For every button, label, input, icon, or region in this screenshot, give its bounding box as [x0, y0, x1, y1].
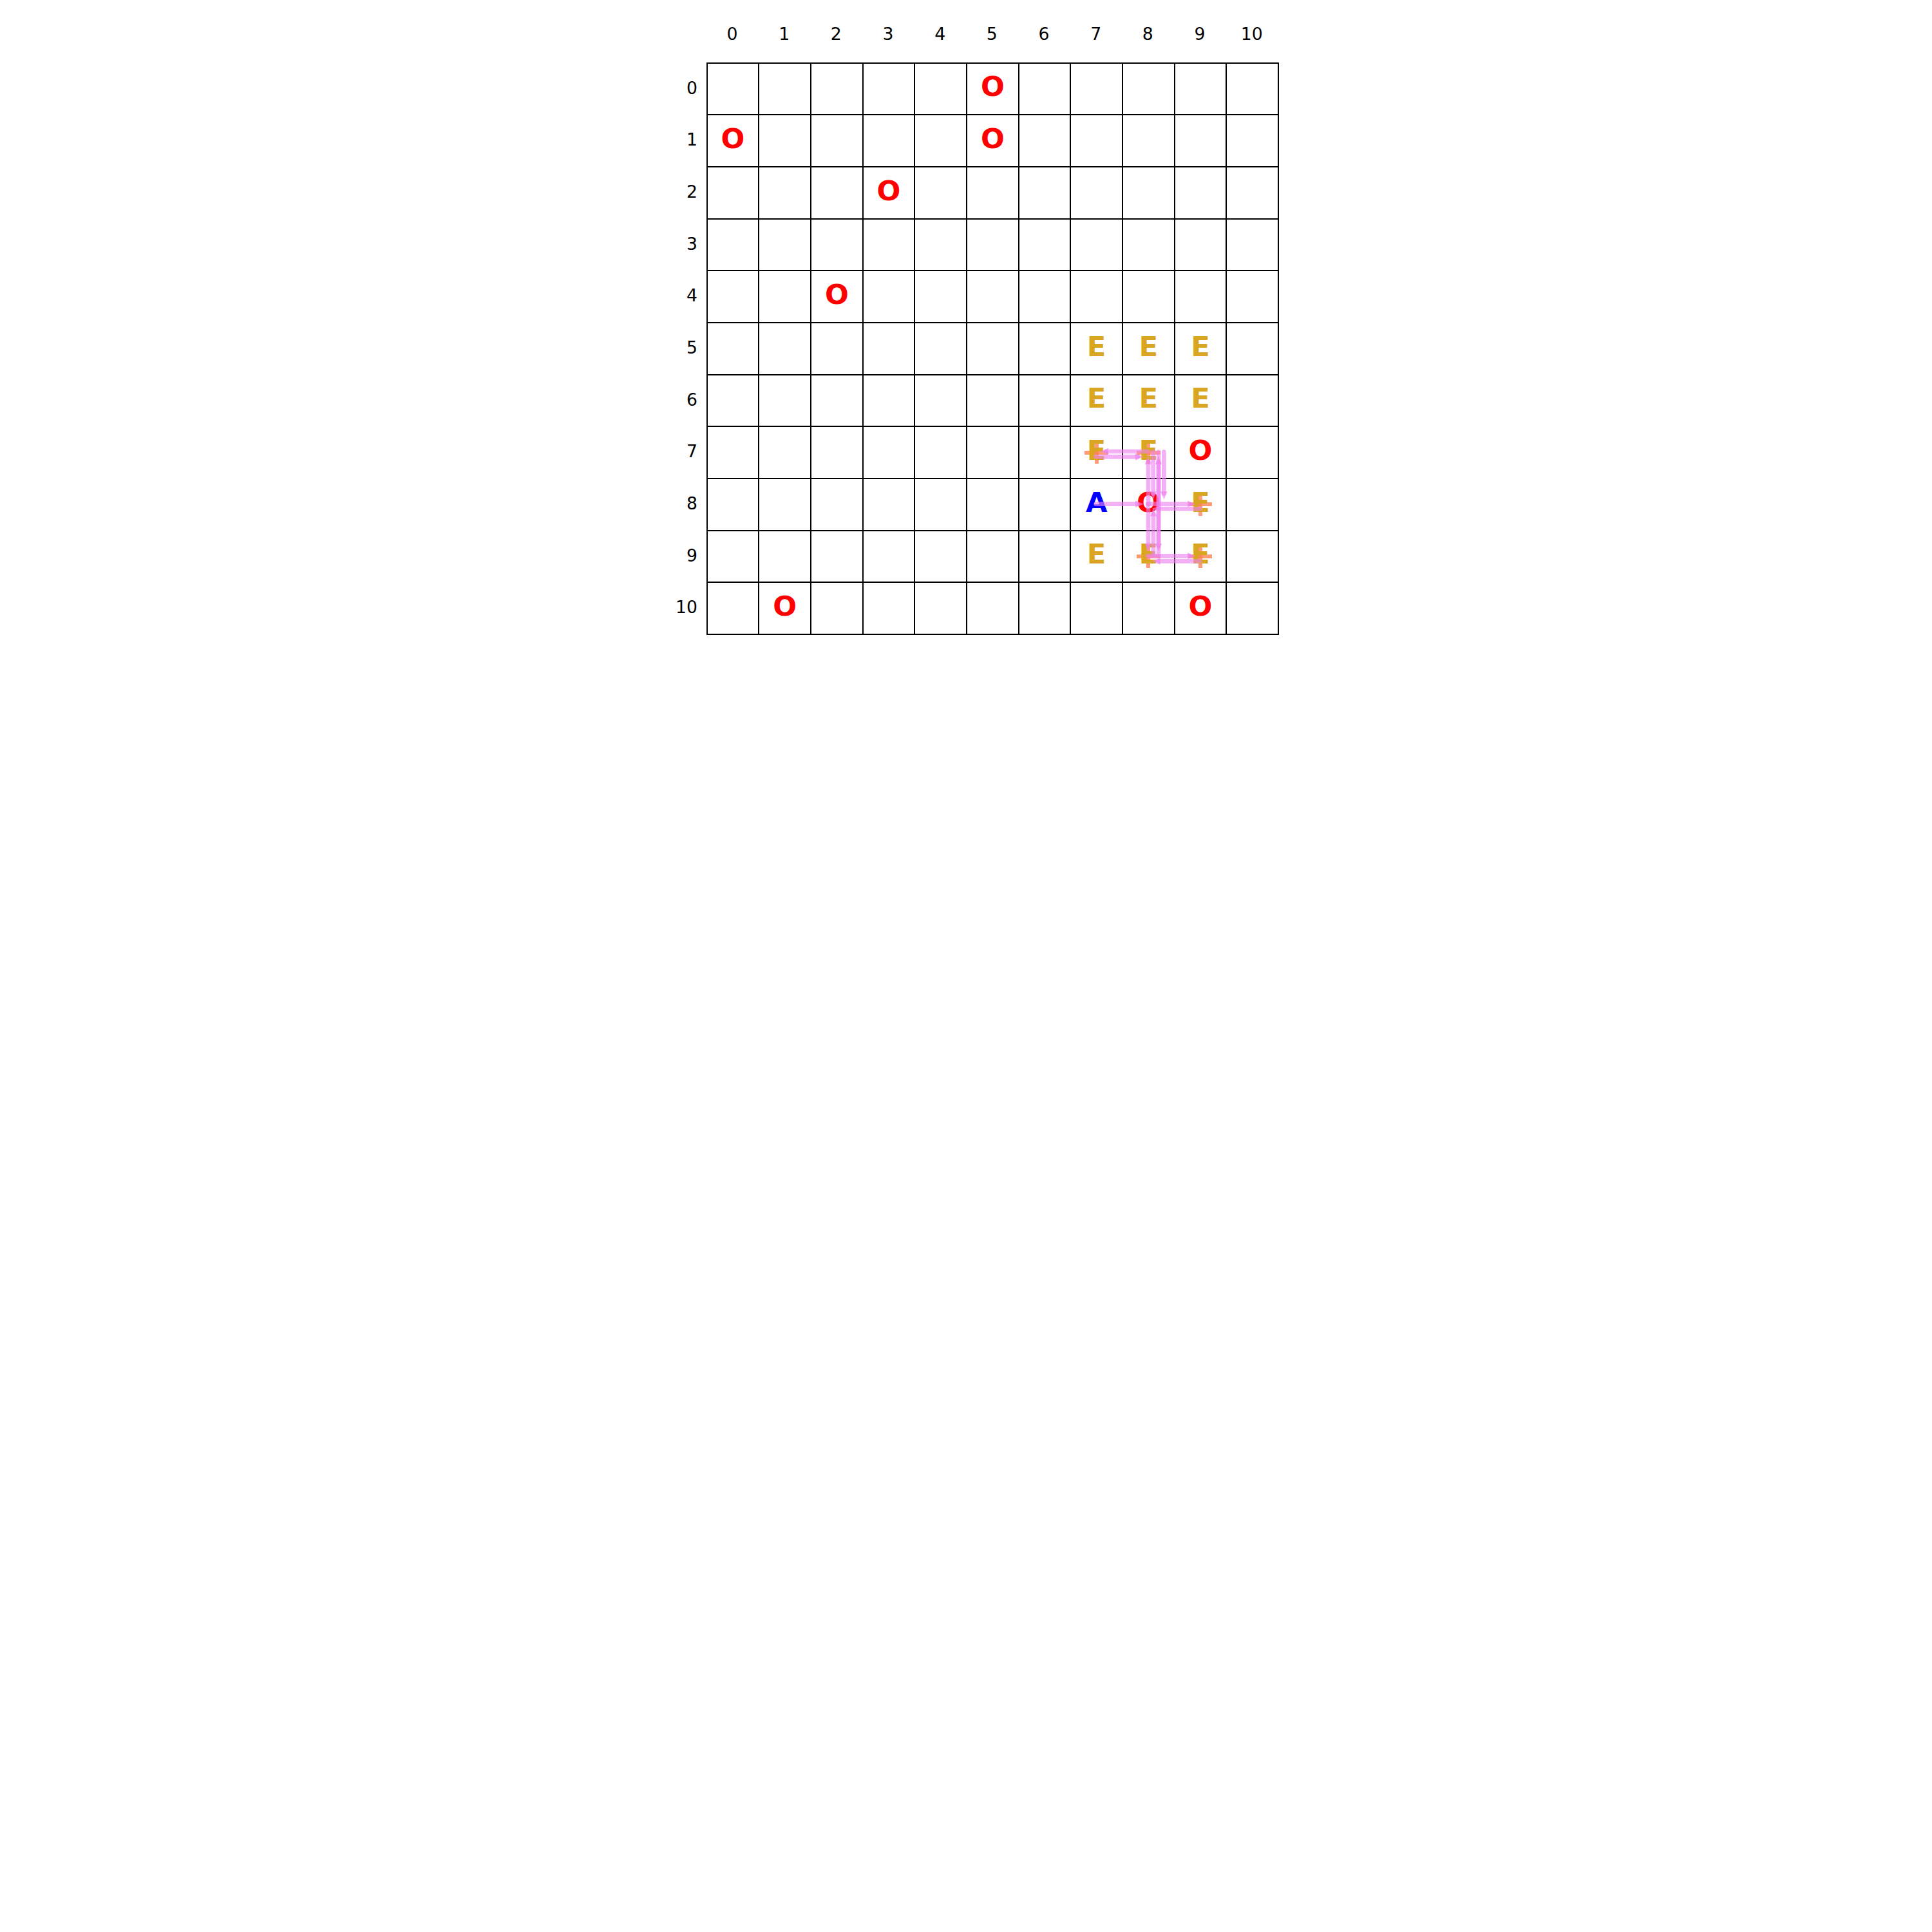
- cell-r10-c7: [1071, 583, 1123, 635]
- cell-r2-c3: O: [864, 167, 916, 220]
- cell-r5-c8: E: [1123, 323, 1175, 375]
- cell-r7-c5: [967, 427, 1019, 479]
- cell-r1-c6: [1019, 115, 1072, 167]
- cell-r7-c2: [811, 427, 864, 479]
- cell-r10-c8: [1123, 583, 1175, 635]
- cell-r3-c9: [1175, 220, 1227, 272]
- mark-E: E: [1139, 437, 1159, 464]
- cell-r0-c4: [915, 64, 967, 116]
- cell-r4-c7: [1071, 271, 1123, 323]
- cell-r0-c2: [811, 64, 864, 116]
- col-label-3: 3: [862, 17, 914, 52]
- cell-r2-c10: [1227, 167, 1279, 220]
- cell-r10-c4: [915, 583, 967, 635]
- cell-r8-c9: E: [1175, 479, 1227, 531]
- cell-r8-c7: A: [1071, 479, 1123, 531]
- cell-r10-c3: [864, 583, 916, 635]
- cell-r5-c4: [915, 323, 967, 375]
- cell-r1-c1: [759, 115, 811, 167]
- mark-E: E: [1087, 437, 1106, 464]
- row-label-5: 5: [644, 322, 697, 374]
- cell-r4-c2: O: [811, 271, 864, 323]
- mark-O: O: [981, 73, 1005, 100]
- cell-r10-c2: [811, 583, 864, 635]
- mark-O: O: [721, 125, 745, 153]
- cell-r2-c8: [1123, 167, 1175, 220]
- cell-r2-c4: [915, 167, 967, 220]
- col-label-6: 6: [1018, 17, 1070, 52]
- row-label-7: 7: [644, 426, 697, 478]
- mark-O: O: [981, 125, 1005, 153]
- col-label-1: 1: [758, 17, 810, 52]
- cell-r7-c0: [708, 427, 760, 479]
- cell-r6-c6: [1019, 375, 1072, 428]
- cell-r6-c5: [967, 375, 1019, 428]
- cell-r0-c3: [864, 64, 916, 116]
- cell-r0-c10: [1227, 64, 1279, 116]
- cell-r10-c6: [1019, 583, 1072, 635]
- cell-r5-c10: [1227, 323, 1279, 375]
- cell-r0-c5: O: [967, 64, 1019, 116]
- mark-O: O: [1189, 437, 1213, 464]
- mark-E: E: [1087, 384, 1106, 412]
- col-label-9: 9: [1174, 17, 1226, 52]
- row-label-1: 1: [644, 114, 697, 166]
- col-label-7: 7: [1070, 17, 1122, 52]
- cell-r4-c8: [1123, 271, 1175, 323]
- cell-r3-c10: [1227, 220, 1279, 272]
- cell-r4-c0: [708, 271, 760, 323]
- cell-r6-c4: [915, 375, 967, 428]
- mark-E: E: [1191, 488, 1210, 516]
- cell-r2-c5: [967, 167, 1019, 220]
- cell-r1-c5: O: [967, 115, 1019, 167]
- cell-r3-c4: [915, 220, 967, 272]
- mark-E: E: [1139, 540, 1159, 568]
- col-label-4: 4: [914, 17, 966, 52]
- cell-r1-c2: [811, 115, 864, 167]
- mark-O: O: [825, 281, 849, 308]
- row-label-9: 9: [644, 530, 697, 582]
- cell-r4-c4: [915, 271, 967, 323]
- cell-r0-c8: [1123, 64, 1175, 116]
- cell-r10-c5: [967, 583, 1019, 635]
- cell-r8-c2: [811, 479, 864, 531]
- cell-r3-c6: [1019, 220, 1072, 272]
- cell-r9-c3: [864, 531, 916, 583]
- cell-r0-c9: [1175, 64, 1227, 116]
- mark-E: E: [1139, 332, 1159, 360]
- cell-r6-c3: [864, 375, 916, 428]
- cell-r0-c0: [708, 64, 760, 116]
- cell-r1-c0: O: [708, 115, 760, 167]
- cell-r10-c9: O: [1175, 583, 1227, 635]
- cell-r8-c0: [708, 479, 760, 531]
- cell-r6-c2: [811, 375, 864, 428]
- cell-r8-c1: [759, 479, 811, 531]
- cell-r7-c7: E: [1071, 427, 1123, 479]
- cell-r8-c4: [915, 479, 967, 531]
- cell-r8-c10: [1227, 479, 1279, 531]
- cell-r9-c0: [708, 531, 760, 583]
- cell-r4-c5: [967, 271, 1019, 323]
- cell-r0-c7: [1071, 64, 1123, 116]
- cell-r0-c1: [759, 64, 811, 116]
- cell-r1-c3: [864, 115, 916, 167]
- cell-r1-c7: [1071, 115, 1123, 167]
- mark-O: O: [773, 592, 797, 620]
- cell-r7-c9: O: [1175, 427, 1227, 479]
- cell-r5-c1: [759, 323, 811, 375]
- cell-r8-c8: O: [1123, 479, 1175, 531]
- col-label-10: 10: [1226, 17, 1278, 52]
- cell-r8-c6: [1019, 479, 1072, 531]
- cell-r10-c1: O: [759, 583, 811, 635]
- mark-E: E: [1139, 384, 1159, 412]
- cell-r3-c7: [1071, 220, 1123, 272]
- cell-r6-c8: E: [1123, 375, 1175, 428]
- row-label-6: 6: [644, 374, 697, 426]
- row-label-2: 2: [644, 166, 697, 218]
- mark-E: E: [1087, 332, 1106, 360]
- cell-r4-c9: [1175, 271, 1227, 323]
- cell-r2-c9: [1175, 167, 1227, 220]
- cell-r3-c3: [864, 220, 916, 272]
- cell-r3-c5: [967, 220, 1019, 272]
- cell-r6-c9: E: [1175, 375, 1227, 428]
- row-label-8: 8: [644, 478, 697, 530]
- cell-r6-c0: [708, 375, 760, 428]
- game-board-grid: OOOOOEEEEEEEEOAOEEEEOO: [706, 62, 1279, 635]
- cell-r9-c5: [967, 531, 1019, 583]
- cell-r3-c2: [811, 220, 864, 272]
- mark-E: E: [1191, 332, 1210, 360]
- mark-E: E: [1191, 384, 1210, 412]
- row-label-10: 10: [644, 582, 697, 634]
- cell-r10-c10: [1227, 583, 1279, 635]
- cell-r0-c6: [1019, 64, 1072, 116]
- cell-r9-c10: [1227, 531, 1279, 583]
- cell-r5-c7: E: [1071, 323, 1123, 375]
- mark-O: O: [877, 176, 901, 204]
- cell-r5-c6: [1019, 323, 1072, 375]
- cell-r5-c3: [864, 323, 916, 375]
- cell-r9-c2: [811, 531, 864, 583]
- cell-r1-c9: [1175, 115, 1227, 167]
- cell-r7-c6: [1019, 427, 1072, 479]
- cell-r2-c7: [1071, 167, 1123, 220]
- cell-r9-c8: E: [1123, 531, 1175, 583]
- cell-r5-c0: [708, 323, 760, 375]
- mark-A: A: [1086, 488, 1108, 516]
- cell-r7-c3: [864, 427, 916, 479]
- mark-E: E: [1087, 540, 1106, 568]
- cell-r3-c8: [1123, 220, 1175, 272]
- cell-r8-c3: [864, 479, 916, 531]
- cell-r7-c8: E: [1123, 427, 1175, 479]
- cell-r6-c10: [1227, 375, 1279, 428]
- cell-r4-c3: [864, 271, 916, 323]
- cell-r9-c1: [759, 531, 811, 583]
- board-figure: 012345678910 012345678910 OOOOOEEEEEEEEO…: [644, 0, 1288, 644]
- cell-r1-c8: [1123, 115, 1175, 167]
- cell-r4-c1: [759, 271, 811, 323]
- cell-r2-c6: [1019, 167, 1072, 220]
- cell-r10-c0: [708, 583, 760, 635]
- cell-r7-c4: [915, 427, 967, 479]
- col-label-2: 2: [810, 17, 862, 52]
- cell-r7-c10: [1227, 427, 1279, 479]
- mark-E: E: [1191, 540, 1210, 568]
- cell-r6-c1: [759, 375, 811, 428]
- col-label-8: 8: [1122, 17, 1174, 52]
- cell-r5-c2: [811, 323, 864, 375]
- cell-r9-c9: E: [1175, 531, 1227, 583]
- cell-r6-c7: E: [1071, 375, 1123, 428]
- cell-r4-c6: [1019, 271, 1072, 323]
- cell-r2-c2: [811, 167, 864, 220]
- cell-r9-c7: E: [1071, 531, 1123, 583]
- row-label-0: 0: [644, 62, 697, 115]
- cell-r1-c4: [915, 115, 967, 167]
- col-label-0: 0: [706, 17, 759, 52]
- cell-r2-c0: [708, 167, 760, 220]
- cell-r9-c4: [915, 531, 967, 583]
- cell-r3-c0: [708, 220, 760, 272]
- cell-r2-c1: [759, 167, 811, 220]
- col-label-5: 5: [966, 17, 1018, 52]
- cell-r5-c5: [967, 323, 1019, 375]
- cell-r7-c1: [759, 427, 811, 479]
- cell-r5-c9: E: [1175, 323, 1227, 375]
- mark-O: O: [1137, 488, 1160, 516]
- cell-r9-c6: [1019, 531, 1072, 583]
- cell-r1-c10: [1227, 115, 1279, 167]
- cell-r4-c10: [1227, 271, 1279, 323]
- row-label-4: 4: [644, 270, 697, 322]
- mark-O: O: [1189, 592, 1213, 620]
- cell-r3-c1: [759, 220, 811, 272]
- cell-r8-c5: [967, 479, 1019, 531]
- row-label-3: 3: [644, 218, 697, 270]
